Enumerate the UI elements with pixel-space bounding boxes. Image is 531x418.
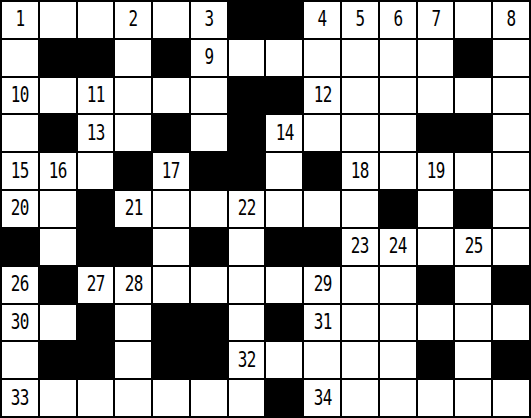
white-cell[interactable] xyxy=(493,115,529,151)
block-cell xyxy=(304,153,340,189)
white-cell[interactable]: 25 xyxy=(455,229,491,265)
white-cell[interactable]: 7 xyxy=(418,2,454,38)
clue-number: 12 xyxy=(313,85,331,106)
crossword-grid: 1234567891011121314151617181920212223242… xyxy=(0,0,531,418)
white-cell[interactable] xyxy=(115,380,151,416)
white-cell[interactable]: 12 xyxy=(304,78,340,114)
white-cell[interactable] xyxy=(493,191,529,227)
clue-number: 15 xyxy=(11,161,29,182)
block-cell xyxy=(266,2,302,38)
white-cell[interactable]: 34 xyxy=(304,380,340,416)
white-cell[interactable] xyxy=(191,267,227,303)
clue-number: 1 xyxy=(15,9,24,30)
white-cell[interactable] xyxy=(115,78,151,114)
clue-number: 7 xyxy=(431,9,440,30)
white-cell[interactable]: 28 xyxy=(115,267,151,303)
white-cell[interactable] xyxy=(266,153,302,189)
block-cell xyxy=(153,40,189,76)
clue-number: 13 xyxy=(87,123,105,144)
white-cell[interactable] xyxy=(380,305,416,341)
block-cell xyxy=(191,342,227,378)
white-cell[interactable]: 1 xyxy=(2,2,38,38)
clue-number: 26 xyxy=(11,274,29,295)
white-cell[interactable] xyxy=(304,191,340,227)
white-cell[interactable] xyxy=(229,40,265,76)
white-cell[interactable] xyxy=(380,115,416,151)
white-cell[interactable]: 15 xyxy=(2,153,38,189)
white-cell[interactable] xyxy=(418,78,454,114)
block-cell xyxy=(153,305,189,341)
white-cell[interactable] xyxy=(229,229,265,265)
white-cell[interactable] xyxy=(78,153,114,189)
block-cell xyxy=(418,342,454,378)
white-cell[interactable] xyxy=(266,191,302,227)
clue-number: 22 xyxy=(238,198,256,219)
block-cell xyxy=(40,342,76,378)
block-cell xyxy=(40,40,76,76)
clue-number: 33 xyxy=(11,388,29,409)
block-cell xyxy=(78,191,114,227)
white-cell[interactable] xyxy=(191,115,227,151)
white-cell[interactable]: 20 xyxy=(2,191,38,227)
white-cell[interactable] xyxy=(2,40,38,76)
white-cell[interactable] xyxy=(493,380,529,416)
clue-number: 9 xyxy=(204,47,213,68)
white-cell[interactable] xyxy=(40,305,76,341)
white-cell[interactable]: 9 xyxy=(191,40,227,76)
block-cell xyxy=(266,305,302,341)
white-cell[interactable] xyxy=(380,342,416,378)
white-cell[interactable]: 3 xyxy=(191,2,227,38)
white-cell[interactable] xyxy=(304,342,340,378)
block-cell xyxy=(455,191,491,227)
white-cell[interactable] xyxy=(153,191,189,227)
block-cell xyxy=(153,342,189,378)
white-cell[interactable]: 10 xyxy=(2,78,38,114)
white-cell[interactable]: 6 xyxy=(380,2,416,38)
white-cell[interactable]: 26 xyxy=(2,267,38,303)
white-cell[interactable] xyxy=(40,78,76,114)
white-cell[interactable] xyxy=(493,305,529,341)
clue-number: 29 xyxy=(313,274,331,295)
white-cell[interactable] xyxy=(342,191,378,227)
white-cell[interactable] xyxy=(40,191,76,227)
white-cell[interactable] xyxy=(191,78,227,114)
white-cell[interactable] xyxy=(304,115,340,151)
clue-number: 4 xyxy=(318,9,327,30)
white-cell[interactable] xyxy=(380,380,416,416)
white-cell[interactable] xyxy=(342,78,378,114)
clue-number: 27 xyxy=(87,274,105,295)
block-cell xyxy=(78,305,114,341)
white-cell[interactable] xyxy=(455,305,491,341)
clue-number: 16 xyxy=(49,161,67,182)
white-cell[interactable] xyxy=(455,342,491,378)
white-cell[interactable]: 13 xyxy=(78,115,114,151)
white-cell[interactable] xyxy=(493,153,529,189)
block-cell xyxy=(493,342,529,378)
white-cell[interactable]: 29 xyxy=(304,267,340,303)
white-cell[interactable] xyxy=(418,229,454,265)
block-cell xyxy=(191,305,227,341)
block-cell xyxy=(153,115,189,151)
white-cell[interactable]: 32 xyxy=(229,342,265,378)
clue-number: 11 xyxy=(87,85,105,106)
white-cell[interactable]: 18 xyxy=(342,153,378,189)
white-cell[interactable] xyxy=(342,305,378,341)
white-cell[interactable] xyxy=(153,78,189,114)
white-cell[interactable] xyxy=(115,342,151,378)
clue-number: 25 xyxy=(464,236,482,257)
white-cell[interactable] xyxy=(115,115,151,151)
block-cell xyxy=(191,229,227,265)
white-cell[interactable] xyxy=(78,380,114,416)
block-cell xyxy=(266,78,302,114)
white-cell[interactable] xyxy=(78,2,114,38)
block-cell xyxy=(266,380,302,416)
white-cell[interactable] xyxy=(342,115,378,151)
white-cell[interactable]: 2 xyxy=(115,2,151,38)
white-cell[interactable] xyxy=(342,380,378,416)
white-cell[interactable]: 8 xyxy=(493,2,529,38)
white-cell[interactable]: 33 xyxy=(2,380,38,416)
white-cell[interactable]: 11 xyxy=(78,78,114,114)
white-cell[interactable] xyxy=(229,305,265,341)
block-cell xyxy=(115,153,151,189)
block-cell xyxy=(78,229,114,265)
white-cell[interactable]: 23 xyxy=(342,229,378,265)
block-cell xyxy=(229,78,265,114)
white-cell[interactable] xyxy=(493,229,529,265)
white-cell[interactable] xyxy=(2,342,38,378)
white-cell[interactable] xyxy=(418,40,454,76)
block-cell xyxy=(78,40,114,76)
white-cell[interactable] xyxy=(266,342,302,378)
white-cell[interactable] xyxy=(380,153,416,189)
white-cell[interactable] xyxy=(380,40,416,76)
white-cell[interactable] xyxy=(115,40,151,76)
clue-number: 30 xyxy=(11,312,29,333)
white-cell[interactable] xyxy=(153,229,189,265)
white-cell[interactable] xyxy=(266,40,302,76)
white-cell[interactable] xyxy=(191,380,227,416)
white-cell[interactable]: 27 xyxy=(78,267,114,303)
white-cell[interactable] xyxy=(418,305,454,341)
white-cell[interactable]: 31 xyxy=(304,305,340,341)
block-cell xyxy=(266,229,302,265)
white-cell[interactable] xyxy=(455,78,491,114)
white-cell[interactable] xyxy=(455,380,491,416)
block-cell xyxy=(115,229,151,265)
white-cell[interactable] xyxy=(455,267,491,303)
block-cell xyxy=(304,229,340,265)
white-cell[interactable] xyxy=(229,267,265,303)
clue-number: 8 xyxy=(507,9,516,30)
clue-number: 34 xyxy=(313,388,331,409)
white-cell[interactable] xyxy=(40,380,76,416)
white-cell[interactable] xyxy=(342,267,378,303)
white-cell[interactable]: 14 xyxy=(266,115,302,151)
block-cell xyxy=(229,153,265,189)
white-cell[interactable]: 30 xyxy=(2,305,38,341)
white-cell[interactable]: 22 xyxy=(229,191,265,227)
clue-number: 23 xyxy=(351,236,369,257)
block-cell xyxy=(40,115,76,151)
white-cell[interactable] xyxy=(304,40,340,76)
block-cell xyxy=(229,115,265,151)
white-cell[interactable] xyxy=(455,2,491,38)
white-cell[interactable] xyxy=(493,40,529,76)
block-cell xyxy=(493,267,529,303)
white-cell[interactable] xyxy=(153,2,189,38)
block-cell xyxy=(455,115,491,151)
white-cell[interactable] xyxy=(380,267,416,303)
block-cell xyxy=(229,2,265,38)
block-cell xyxy=(455,40,491,76)
block-cell xyxy=(418,115,454,151)
white-cell[interactable] xyxy=(418,380,454,416)
white-cell[interactable] xyxy=(455,153,491,189)
block-cell xyxy=(191,153,227,189)
block-cell xyxy=(2,229,38,265)
white-cell[interactable]: 17 xyxy=(153,153,189,189)
clue-number: 32 xyxy=(238,350,256,371)
white-cell[interactable] xyxy=(191,191,227,227)
white-cell[interactable] xyxy=(380,78,416,114)
clue-number: 31 xyxy=(313,312,331,333)
white-cell[interactable] xyxy=(153,267,189,303)
clue-number: 10 xyxy=(11,85,29,106)
white-cell[interactable] xyxy=(153,380,189,416)
white-cell[interactable]: 5 xyxy=(342,2,378,38)
block-cell xyxy=(40,267,76,303)
white-cell[interactable]: 4 xyxy=(304,2,340,38)
block-cell xyxy=(418,267,454,303)
clue-number: 19 xyxy=(427,161,445,182)
white-cell[interactable] xyxy=(40,2,76,38)
clue-number: 20 xyxy=(11,198,29,219)
white-cell[interactable] xyxy=(229,380,265,416)
white-cell[interactable] xyxy=(266,267,302,303)
block-cell xyxy=(78,342,114,378)
white-cell[interactable] xyxy=(342,40,378,76)
white-cell[interactable] xyxy=(2,115,38,151)
clue-number: 24 xyxy=(389,236,407,257)
white-cell[interactable] xyxy=(418,191,454,227)
clue-number: 17 xyxy=(162,161,180,182)
white-cell[interactable] xyxy=(40,229,76,265)
clue-number: 28 xyxy=(124,274,142,295)
clue-number: 21 xyxy=(124,198,142,219)
clue-number: 14 xyxy=(276,123,294,144)
block-cell xyxy=(380,191,416,227)
white-cell[interactable] xyxy=(493,78,529,114)
white-cell[interactable]: 21 xyxy=(115,191,151,227)
clue-number: 2 xyxy=(129,9,138,30)
white-cell[interactable]: 24 xyxy=(380,229,416,265)
white-cell[interactable]: 16 xyxy=(40,153,76,189)
white-cell[interactable]: 19 xyxy=(418,153,454,189)
clue-number: 18 xyxy=(351,161,369,182)
white-cell[interactable] xyxy=(342,342,378,378)
clue-number: 6 xyxy=(393,9,402,30)
clue-number: 5 xyxy=(356,9,365,30)
clue-number: 3 xyxy=(204,9,213,30)
white-cell[interactable] xyxy=(115,305,151,341)
